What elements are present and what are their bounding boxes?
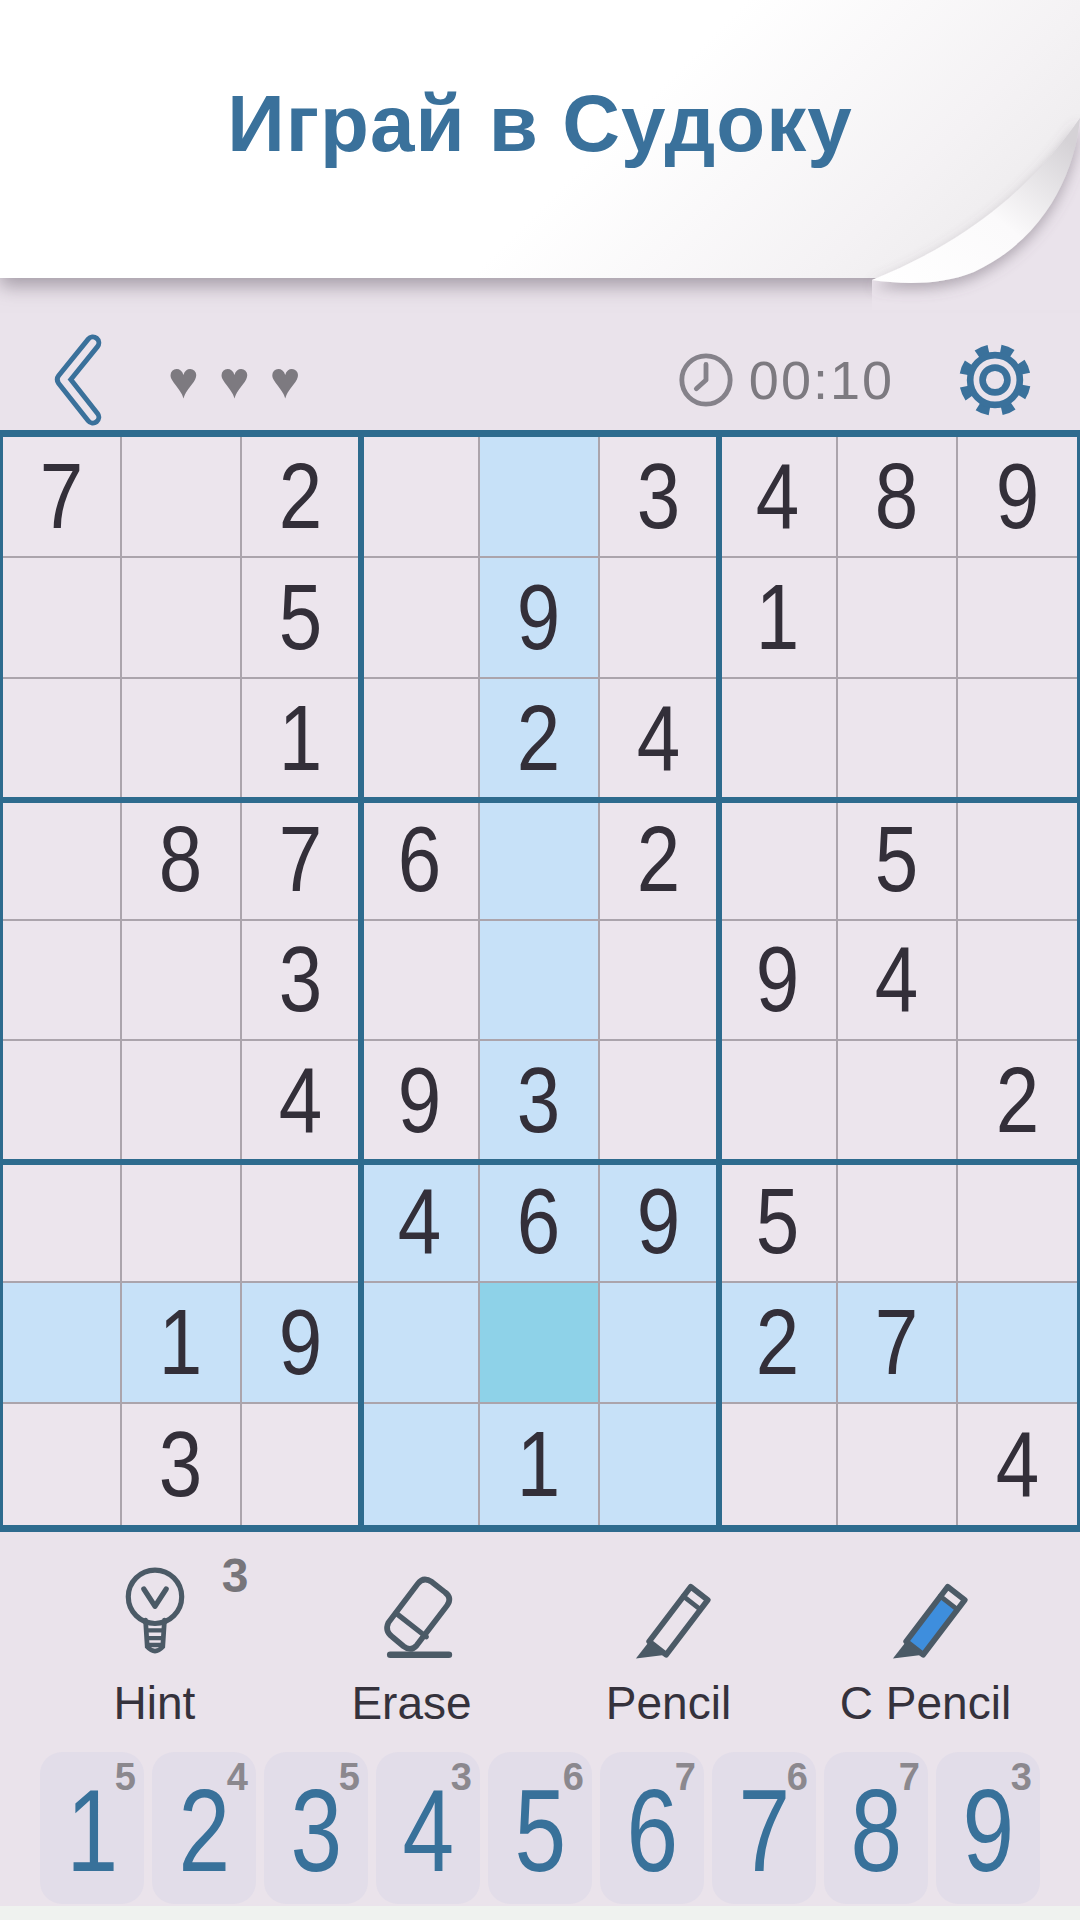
cell-r3c2[interactable] [122,679,241,800]
numpad-key-1[interactable]: 15 [40,1752,144,1904]
cell-r4c6[interactable]: 2 [600,800,719,921]
cell-r8c2[interactable]: 1 [122,1283,241,1404]
cell-r4c7[interactable] [719,800,838,921]
cell-r4c9[interactable] [958,800,1077,921]
cell-r7c7[interactable]: 5 [719,1162,838,1283]
color-pencil-button[interactable]: C Pencil [797,1552,1054,1737]
cell-r3c3[interactable]: 1 [242,679,361,800]
color-pencil-label: C Pencil [840,1676,1011,1730]
cell-r6c1[interactable] [3,1041,122,1162]
pencil-icon [617,1562,721,1670]
sudoku-grid: 72348959112487625394493246951927314 [3,437,1077,1525]
numpad-remaining-count: 6 [787,1756,808,1799]
numpad-digit: 5 [514,1773,566,1889]
cell-r3c6[interactable]: 4 [600,679,719,800]
numpad-key-6[interactable]: 67 [600,1752,704,1904]
cell-r2c8[interactable] [838,558,957,679]
numpad-key-7[interactable]: 76 [712,1752,816,1904]
cell-r3c9[interactable] [958,679,1077,800]
numpad-key-2[interactable]: 24 [152,1752,256,1904]
cell-r1c2[interactable] [122,437,241,558]
numpad-digit: 9 [962,1773,1014,1889]
erase-button[interactable]: Erase [283,1552,540,1737]
cell-r9c6[interactable] [600,1404,719,1525]
cell-r2c1[interactable] [3,558,122,679]
cell-r8c6[interactable] [600,1283,719,1404]
cell-r5c1[interactable] [3,921,122,1042]
numpad-key-8[interactable]: 87 [824,1752,928,1904]
cell-r8c7[interactable]: 2 [719,1283,838,1404]
heart-icon: ♥ [270,351,321,409]
cell-r5c3[interactable]: 3 [242,921,361,1042]
cell-r1c9[interactable]: 9 [958,437,1077,558]
cell-r3c1[interactable] [3,679,122,800]
cell-r3c4[interactable] [361,679,480,800]
cell-r7c9[interactable] [958,1162,1077,1283]
cell-r1c7[interactable]: 4 [719,437,838,558]
cell-r7c4[interactable]: 4 [361,1162,480,1283]
cell-r4c2[interactable]: 8 [122,800,241,921]
hint-count-badge: 3 [222,1548,249,1603]
cell-r6c9[interactable]: 2 [958,1041,1077,1162]
hint-label: Hint [114,1676,196,1730]
cell-r7c3[interactable] [242,1162,361,1283]
cell-r4c3[interactable]: 7 [242,800,361,921]
cell-r5c7[interactable]: 9 [719,921,838,1042]
cell-r4c8[interactable]: 5 [838,800,957,921]
cell-r1c1[interactable]: 7 [3,437,122,558]
box-divider-horizontal [3,797,1077,803]
heart-icon: ♥ [168,351,219,409]
cell-r1c4[interactable] [361,437,480,558]
cell-r9c8[interactable] [838,1404,957,1525]
cell-r2c9[interactable] [958,558,1077,679]
page-curl-decoration [780,0,1080,310]
numpad-remaining-count: 6 [563,1756,584,1799]
cell-r6c5[interactable]: 3 [480,1041,599,1162]
numpad-remaining-count: 5 [115,1756,136,1799]
numpad-key-5[interactable]: 56 [488,1752,592,1904]
cell-r7c2[interactable] [122,1162,241,1283]
cell-r5c6[interactable] [600,921,719,1042]
clock-icon [677,351,735,409]
cell-r8c8[interactable]: 7 [838,1283,957,1404]
cell-r5c5[interactable] [480,921,599,1042]
color-pencil-icon [874,1562,978,1670]
sudoku-board: 72348959112487625394493246951927314 [0,430,1080,1532]
numpad-remaining-count: 7 [675,1756,696,1799]
cell-r1c5[interactable] [480,437,599,558]
numpad-digit: 1 [66,1773,118,1889]
cell-r3c7[interactable] [719,679,838,800]
cell-r9c1[interactable] [3,1404,122,1525]
cell-r1c8[interactable]: 8 [838,437,957,558]
cell-r9c4[interactable] [361,1404,480,1525]
numpad-digit: 3 [290,1773,342,1889]
numpad-key-4[interactable]: 43 [376,1752,480,1904]
cell-r5c2[interactable] [122,921,241,1042]
cell-r1c6[interactable]: 3 [600,437,719,558]
numpad-digit: 4 [402,1773,454,1889]
cell-r6c6[interactable] [600,1041,719,1162]
cell-r8c5[interactable] [480,1283,599,1404]
pencil-button[interactable]: Pencil [540,1552,797,1737]
cell-r5c4[interactable] [361,921,480,1042]
cell-r6c4[interactable]: 9 [361,1041,480,1162]
cell-r4c1[interactable] [3,800,122,921]
cell-r9c3[interactable] [242,1404,361,1525]
cell-r6c2[interactable] [122,1041,241,1162]
timer-value: 00:10 [749,349,894,411]
lives-hearts: ♥♥♥ [168,354,321,406]
box-divider-vertical [358,437,364,1525]
numpad-remaining-count: 5 [339,1756,360,1799]
cell-r3c8[interactable] [838,679,957,800]
hint-button[interactable]: 3 Hint [26,1552,283,1737]
cell-r8c9[interactable] [958,1283,1077,1404]
gear-icon[interactable] [952,337,1038,423]
numpad: 152435435667768793 [0,1752,1080,1904]
toolbar: ♥♥♥ 00:10 [0,328,1080,432]
cell-r7c8[interactable] [838,1162,957,1283]
erase-label: Erase [351,1676,471,1730]
cell-r5c8[interactable]: 4 [838,921,957,1042]
cell-r2c4[interactable] [361,558,480,679]
numpad-digit: 6 [626,1773,678,1889]
cell-r1c3[interactable]: 2 [242,437,361,558]
bottom-strip [0,1906,1080,1920]
numpad-key-9[interactable]: 93 [936,1752,1040,1904]
cell-r6c8[interactable] [838,1041,957,1162]
cell-r8c3[interactable]: 9 [242,1283,361,1404]
numpad-digit: 7 [738,1773,790,1889]
cell-r2c2[interactable] [122,558,241,679]
cell-r9c7[interactable] [719,1404,838,1525]
cell-r2c5[interactable]: 9 [480,558,599,679]
cell-r8c1[interactable] [3,1283,122,1404]
cell-r6c3[interactable]: 4 [242,1041,361,1162]
numpad-remaining-count: 4 [227,1756,248,1799]
cell-r2c3[interactable]: 5 [242,558,361,679]
cell-r7c5[interactable]: 6 [480,1162,599,1283]
cell-r2c6[interactable] [600,558,719,679]
numpad-key-3[interactable]: 35 [264,1752,368,1904]
cell-r3c5[interactable]: 2 [480,679,599,800]
cell-r9c2[interactable]: 3 [122,1404,241,1525]
cell-r2c7[interactable]: 1 [719,558,838,679]
numpad-remaining-count: 7 [899,1756,920,1799]
box-divider-vertical [716,437,722,1525]
eraser-icon [360,1562,464,1670]
numpad-remaining-count: 3 [451,1756,472,1799]
heart-icon: ♥ [219,351,270,409]
tools-row: 3 Hint Erase Pencil [0,1552,1080,1737]
numpad-digit: 2 [178,1773,230,1889]
pencil-label: Pencil [606,1676,731,1730]
cell-r9c5[interactable]: 1 [480,1404,599,1525]
numpad-digit: 8 [850,1773,902,1889]
cell-r5c9[interactable] [958,921,1077,1042]
cell-r9c9[interactable]: 4 [958,1404,1077,1525]
lightbulb-icon [107,1558,203,1670]
cell-r7c6[interactable]: 9 [600,1162,719,1283]
box-divider-horizontal [3,1159,1077,1165]
numpad-remaining-count: 3 [1011,1756,1032,1799]
cell-r6c7[interactable] [719,1041,838,1162]
back-icon[interactable] [42,333,114,427]
cell-r7c1[interactable] [3,1162,122,1283]
cell-r4c5[interactable] [480,800,599,921]
cell-r4c4[interactable]: 6 [361,800,480,921]
timer: 00:10 [677,349,894,411]
cell-r8c4[interactable] [361,1283,480,1404]
